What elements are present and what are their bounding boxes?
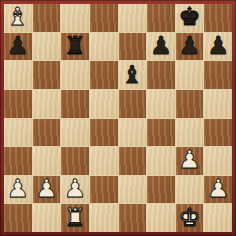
piece-black-bishop[interactable]: ♝ — [121, 62, 143, 87]
square-e4[interactable] — [119, 119, 147, 147]
square-g6[interactable] — [176, 61, 204, 89]
chess-board-frame: ♝♚♟♜♟♟♟♝♟♟♟♟♟♜♚ — [0, 0, 236, 236]
square-f3[interactable] — [147, 147, 175, 175]
square-d5[interactable] — [90, 90, 118, 118]
square-d7[interactable] — [90, 33, 118, 61]
square-b6[interactable] — [33, 61, 61, 89]
square-h4[interactable] — [204, 119, 232, 147]
square-c6[interactable] — [61, 61, 89, 89]
square-a6[interactable] — [4, 61, 32, 89]
square-g3[interactable]: ♟ — [176, 147, 204, 175]
square-e5[interactable] — [119, 90, 147, 118]
square-b4[interactable] — [33, 119, 61, 147]
piece-white-pawn[interactable]: ♟ — [178, 147, 200, 172]
piece-white-pawn[interactable]: ♟ — [64, 176, 86, 201]
square-d2[interactable] — [90, 176, 118, 204]
square-b7[interactable] — [33, 33, 61, 61]
square-d4[interactable] — [90, 119, 118, 147]
square-h8[interactable] — [204, 4, 232, 32]
square-g5[interactable] — [176, 90, 204, 118]
square-e2[interactable] — [119, 176, 147, 204]
square-d6[interactable] — [90, 61, 118, 89]
square-h6[interactable] — [204, 61, 232, 89]
square-c7[interactable]: ♜ — [61, 33, 89, 61]
square-f2[interactable] — [147, 176, 175, 204]
piece-white-king[interactable]: ♚ — [178, 205, 200, 230]
square-c2[interactable]: ♟ — [61, 176, 89, 204]
piece-black-pawn[interactable]: ♟ — [7, 33, 29, 58]
square-f4[interactable] — [147, 119, 175, 147]
square-g2[interactable] — [176, 176, 204, 204]
square-b8[interactable] — [33, 4, 61, 32]
square-c4[interactable] — [61, 119, 89, 147]
square-f8[interactable] — [147, 4, 175, 32]
square-h5[interactable] — [204, 90, 232, 118]
square-h3[interactable] — [204, 147, 232, 175]
square-a2[interactable]: ♟ — [4, 176, 32, 204]
square-d3[interactable] — [90, 147, 118, 175]
square-e8[interactable] — [119, 4, 147, 32]
chess-board: ♝♚♟♜♟♟♟♝♟♟♟♟♟♜♚ — [4, 4, 232, 232]
square-e6[interactable]: ♝ — [119, 61, 147, 89]
piece-black-king[interactable]: ♚ — [178, 4, 200, 29]
square-a5[interactable] — [4, 90, 32, 118]
square-b5[interactable] — [33, 90, 61, 118]
piece-black-pawn[interactable]: ♟ — [150, 33, 172, 58]
square-e7[interactable] — [119, 33, 147, 61]
square-a4[interactable] — [4, 119, 32, 147]
piece-white-rook[interactable]: ♜ — [64, 205, 86, 230]
piece-white-pawn[interactable]: ♟ — [7, 176, 29, 201]
square-f5[interactable] — [147, 90, 175, 118]
square-c8[interactable] — [61, 4, 89, 32]
square-a8[interactable]: ♝ — [4, 4, 32, 32]
square-d8[interactable] — [90, 4, 118, 32]
square-a7[interactable]: ♟ — [4, 33, 32, 61]
piece-white-pawn[interactable]: ♟ — [35, 176, 57, 201]
piece-black-pawn[interactable]: ♟ — [207, 33, 229, 58]
piece-white-pawn[interactable]: ♟ — [207, 176, 229, 201]
square-h2[interactable]: ♟ — [204, 176, 232, 204]
square-f1[interactable] — [147, 204, 175, 232]
square-g8[interactable]: ♚ — [176, 4, 204, 32]
square-f6[interactable] — [147, 61, 175, 89]
square-d1[interactable] — [90, 204, 118, 232]
square-h1[interactable] — [204, 204, 232, 232]
square-c1[interactable]: ♜ — [61, 204, 89, 232]
square-g7[interactable]: ♟ — [176, 33, 204, 61]
square-c5[interactable] — [61, 90, 89, 118]
piece-white-bishop[interactable]: ♝ — [7, 4, 29, 29]
square-g1[interactable]: ♚ — [176, 204, 204, 232]
square-c3[interactable] — [61, 147, 89, 175]
piece-black-rook[interactable]: ♜ — [64, 33, 86, 58]
piece-black-pawn[interactable]: ♟ — [178, 33, 200, 58]
square-h7[interactable]: ♟ — [204, 33, 232, 61]
square-g4[interactable] — [176, 119, 204, 147]
square-f7[interactable]: ♟ — [147, 33, 175, 61]
square-b1[interactable] — [33, 204, 61, 232]
square-e1[interactable] — [119, 204, 147, 232]
square-a3[interactable] — [4, 147, 32, 175]
square-b2[interactable]: ♟ — [33, 176, 61, 204]
square-b3[interactable] — [33, 147, 61, 175]
square-a1[interactable] — [4, 204, 32, 232]
square-e3[interactable] — [119, 147, 147, 175]
